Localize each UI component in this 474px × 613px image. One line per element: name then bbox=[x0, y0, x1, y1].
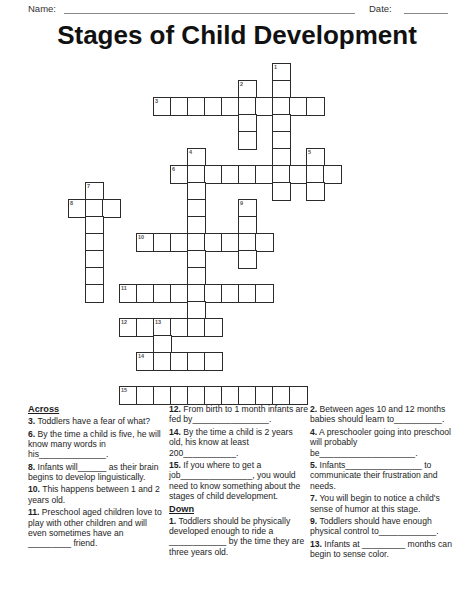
grid-cell-r6c9[interactable] bbox=[221, 165, 240, 184]
clue-down-13: 13. Infants at _________ months can begi… bbox=[310, 539, 455, 560]
clue-down-7: 7. You will begin to notice a child's se… bbox=[310, 493, 455, 514]
grid-cell-r6c6[interactable]: 6 bbox=[170, 165, 189, 184]
grid-cell-r15c7[interactable] bbox=[187, 318, 206, 337]
clue-number-10: 10 bbox=[138, 234, 144, 240]
grid-cell-r13c10[interactable] bbox=[238, 284, 257, 303]
clue-number-4: 4 bbox=[189, 149, 192, 155]
grid-cell-r15c8[interactable] bbox=[204, 318, 223, 337]
grid-cell-r10c7[interactable] bbox=[187, 233, 206, 252]
grid-cell-r12c7[interactable] bbox=[187, 267, 206, 286]
clue-across-8: 8. Infants will______ as their brain beg… bbox=[28, 462, 162, 483]
grid-cell-r2c12[interactable] bbox=[272, 97, 291, 116]
grid-cell-r10c11[interactable] bbox=[255, 233, 274, 252]
grid-cell-r15c6[interactable] bbox=[170, 318, 189, 337]
grid-cell-r19c12[interactable] bbox=[272, 386, 291, 405]
clue-number-9: 9 bbox=[240, 200, 243, 206]
grid-cell-r15c3[interactable]: 12 bbox=[119, 318, 138, 337]
grid-cell-r10c6[interactable] bbox=[170, 233, 189, 252]
grid-cell-r7c14[interactable] bbox=[306, 182, 325, 201]
grid-cell-r6c8[interactable] bbox=[204, 165, 223, 184]
grid-cell-r19c13[interactable] bbox=[289, 386, 308, 405]
grid-cell-r2c6[interactable] bbox=[170, 97, 189, 116]
clue-down-4: 4. A preschooler going into preschool wi… bbox=[310, 427, 455, 458]
grid-cell-r6c12[interactable] bbox=[272, 165, 291, 184]
clue-down-5: 5. Infants________________ to communicat… bbox=[310, 460, 455, 491]
grid-cell-r1c12[interactable] bbox=[272, 80, 291, 99]
clue-number-6: 6 bbox=[172, 166, 175, 172]
grid-cell-r5c7[interactable]: 4 bbox=[187, 148, 206, 167]
grid-cell-r8c1[interactable] bbox=[85, 199, 104, 218]
grid-cell-r7c7[interactable] bbox=[187, 182, 206, 201]
grid-cell-r6c7[interactable] bbox=[187, 165, 206, 184]
clue-across-14: 14. By the time a child is 2 years old, … bbox=[169, 427, 308, 458]
clue-across-6-number: 6. bbox=[28, 429, 35, 439]
clue-number-14: 14 bbox=[138, 353, 144, 359]
grid-cell-r2c9[interactable] bbox=[221, 97, 240, 116]
clue-column-right: 2. Between ages 10 and 12 months babies … bbox=[310, 404, 455, 561]
clue-number-11: 11 bbox=[121, 285, 127, 291]
grid-cell-r2c13[interactable] bbox=[289, 97, 308, 116]
clue-down-5-number: 5. bbox=[310, 460, 317, 470]
grid-cell-r6c13[interactable] bbox=[289, 165, 308, 184]
grid-cell-r2c8[interactable] bbox=[204, 97, 223, 116]
grid-cell-r6c15[interactable] bbox=[323, 165, 342, 184]
clue-number-12: 12 bbox=[121, 319, 127, 325]
grid-cell-r19c5[interactable] bbox=[153, 386, 172, 405]
clue-across-12: 12. From birth to 1 month infants are fe… bbox=[169, 404, 308, 425]
clue-number-3: 3 bbox=[155, 98, 158, 104]
grid-cell-r8c10[interactable]: 9 bbox=[238, 199, 257, 218]
grid-cell-r3c12[interactable] bbox=[272, 114, 291, 133]
clue-down-2: 2. Between ages 10 and 12 months babies … bbox=[310, 404, 455, 425]
clue-number-7: 7 bbox=[87, 183, 90, 189]
grid-cell-r2c10[interactable] bbox=[238, 97, 257, 116]
clue-down-1-number: 1. bbox=[169, 516, 176, 526]
clue-column-middle: 12. From birth to 1 month infants are fe… bbox=[169, 404, 308, 559]
grid-cell-r19c3[interactable]: 15 bbox=[119, 386, 138, 405]
clue-down-9: 9. Toddlers should have enough physical … bbox=[310, 516, 455, 537]
grid-cell-r2c7[interactable] bbox=[187, 97, 206, 116]
grid-cell-r19c8[interactable] bbox=[204, 386, 223, 405]
down-heading: Down bbox=[169, 504, 308, 515]
grid-cell-r16c5[interactable] bbox=[153, 335, 172, 354]
grid-cell-r10c9[interactable] bbox=[221, 233, 240, 252]
grid-cell-r11c10[interactable] bbox=[238, 250, 257, 269]
grid-cell-r10c8[interactable] bbox=[204, 233, 223, 252]
clue-column-left: Across3. Toddlers have a fear of what?6.… bbox=[28, 404, 162, 551]
grid-cell-r19c7[interactable] bbox=[187, 386, 206, 405]
grid-cell-r17c4[interactable]: 14 bbox=[136, 352, 155, 371]
clue-down-2-number: 2. bbox=[310, 404, 317, 414]
grid-cell-r13c3[interactable]: 11 bbox=[119, 284, 138, 303]
grid-cell-r13c7[interactable] bbox=[187, 284, 206, 303]
clue-number-2: 2 bbox=[240, 81, 243, 87]
clue-across-15: 15. If you where to get a job___________… bbox=[169, 460, 308, 502]
grid-cell-r7c1[interactable]: 7 bbox=[85, 182, 104, 201]
grid-cell-r8c7[interactable] bbox=[187, 199, 206, 218]
grid-cell-r4c12[interactable] bbox=[272, 131, 291, 150]
clue-down-4-number: 4. bbox=[310, 427, 317, 437]
grid-cell-r19c6[interactable] bbox=[170, 386, 189, 405]
grid-cell-r5c14[interactable]: 5 bbox=[306, 148, 325, 167]
grid-cell-r17c5[interactable] bbox=[153, 352, 172, 371]
across-heading: Across bbox=[28, 404, 162, 415]
grid-cell-r17c6[interactable] bbox=[170, 352, 189, 371]
grid-cell-r11c1[interactable] bbox=[85, 250, 104, 269]
grid-cell-r11c7[interactable] bbox=[187, 250, 206, 269]
clue-down-13-number: 13. bbox=[310, 539, 322, 549]
grid-cell-r13c4[interactable] bbox=[136, 284, 155, 303]
clue-across-11: 11. Preschool aged children love to play… bbox=[28, 507, 162, 549]
grid-cell-r1c10[interactable]: 2 bbox=[238, 80, 257, 99]
clue-across-10: 10. This happens between 1 and 2 years o… bbox=[28, 484, 162, 505]
clue-number-13: 13 bbox=[155, 319, 161, 325]
grid-cell-r13c9[interactable] bbox=[221, 284, 240, 303]
grid-cell-r0c12[interactable]: 1 bbox=[272, 63, 291, 82]
grid-cell-r10c4[interactable]: 10 bbox=[136, 233, 155, 252]
grid-cell-r2c14[interactable] bbox=[306, 97, 325, 116]
clue-across-12-number: 12. bbox=[169, 404, 181, 414]
clue-across-14-number: 14. bbox=[169, 427, 181, 437]
grid-cell-r17c7[interactable] bbox=[187, 352, 206, 371]
clue-across-3-number: 3. bbox=[28, 416, 35, 426]
grid-cell-r2c11[interactable] bbox=[255, 97, 274, 116]
grid-cell-r8c0[interactable]: 8 bbox=[68, 199, 87, 218]
grid-cell-r19c11[interactable] bbox=[255, 386, 274, 405]
grid-cell-r2c5[interactable]: 3 bbox=[153, 97, 172, 116]
grid-cell-r13c5[interactable] bbox=[153, 284, 172, 303]
crossword-board: 123456789101112131415 bbox=[0, 0, 474, 410]
clue-number-8: 8 bbox=[70, 200, 73, 206]
clue-number-5: 5 bbox=[308, 149, 311, 155]
grid-cell-r10c5[interactable] bbox=[153, 233, 172, 252]
grid-cell-r6c11[interactable] bbox=[255, 165, 274, 184]
grid-cell-r19c10[interactable] bbox=[238, 386, 257, 405]
grid-cell-r17c8[interactable] bbox=[204, 352, 223, 371]
grid-cell-r9c7[interactable] bbox=[187, 216, 206, 235]
grid-cell-r6c14[interactable] bbox=[306, 165, 325, 184]
grid-cell-r19c9[interactable] bbox=[221, 386, 240, 405]
grid-cell-r12c1[interactable] bbox=[85, 267, 104, 286]
clue-across-11-number: 11. bbox=[28, 507, 39, 517]
grid-cell-r8c2[interactable] bbox=[102, 199, 121, 218]
grid-cell-r9c10[interactable] bbox=[238, 216, 257, 235]
clue-number-15: 15 bbox=[121, 387, 127, 393]
grid-cell-r15c4[interactable] bbox=[136, 318, 155, 337]
grid-cell-r13c8[interactable] bbox=[204, 284, 223, 303]
grid-cell-r10c1[interactable] bbox=[85, 233, 104, 252]
grid-cell-r14c7[interactable] bbox=[187, 301, 206, 320]
clue-down-1: 1. Toddlers should be physically develop… bbox=[169, 516, 308, 558]
clue-number-1: 1 bbox=[274, 64, 277, 70]
grid-cell-r13c1[interactable] bbox=[85, 284, 104, 303]
clue-across-3: 3. Toddlers have a fear of what? bbox=[28, 416, 162, 426]
grid-cell-r13c11[interactable] bbox=[255, 284, 274, 303]
grid-cell-r5c12[interactable] bbox=[272, 148, 291, 167]
grid-cell-r13c6[interactable] bbox=[170, 284, 189, 303]
clue-down-9-number: 9. bbox=[310, 516, 317, 526]
clue-across-6: 6. By the time a child is five, he will … bbox=[28, 429, 162, 460]
grid-cell-r3c10[interactable] bbox=[238, 114, 257, 133]
clue-down-7-number: 7. bbox=[310, 493, 317, 503]
grid-cell-r9c1[interactable] bbox=[85, 216, 104, 235]
crossword-worksheet: { "game": "crossword", "title": "Stages … bbox=[0, 0, 474, 613]
grid-cell-r10c10[interactable] bbox=[238, 233, 257, 252]
grid-cell-r15c5[interactable]: 13 bbox=[153, 318, 172, 337]
clue-across-10-number: 10. bbox=[28, 484, 40, 494]
clue-across-8-number: 8. bbox=[28, 462, 35, 472]
clue-across-15-number: 15. bbox=[169, 460, 181, 470]
grid-cell-r6c10[interactable] bbox=[238, 165, 257, 184]
grid-cell-r19c4[interactable] bbox=[136, 386, 155, 405]
grid-cell-r4c10[interactable] bbox=[238, 131, 257, 150]
grid-cell-r7c12[interactable] bbox=[272, 182, 291, 201]
